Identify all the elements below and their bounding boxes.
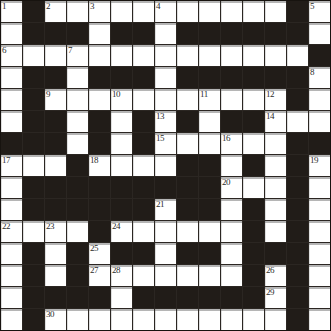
- grid-cell[interactable]: [1, 287, 22, 308]
- grid-cell[interactable]: 27: [89, 265, 110, 286]
- blocked-cell: [67, 199, 88, 220]
- grid-cell[interactable]: [221, 243, 242, 264]
- grid-cell[interactable]: [309, 177, 330, 198]
- grid-cell[interactable]: [243, 45, 264, 66]
- blocked-cell: [177, 177, 198, 198]
- clue-number: 9: [46, 90, 50, 99]
- grid-cell[interactable]: [1, 243, 22, 264]
- blocked-cell: [23, 309, 44, 330]
- grid-cell[interactable]: [309, 199, 330, 220]
- grid-cell[interactable]: [111, 45, 132, 66]
- blocked-cell: [111, 23, 132, 44]
- grid-cell[interactable]: [199, 133, 220, 154]
- grid-cell[interactable]: [155, 265, 176, 286]
- grid-cell[interactable]: [221, 155, 242, 176]
- blocked-cell: [287, 177, 308, 198]
- grid-cell[interactable]: [309, 265, 330, 286]
- blocked-cell: [23, 133, 44, 154]
- crossword-board: 1234567891011121314151617181920212223242…: [0, 0, 331, 331]
- grid-cell[interactable]: [155, 243, 176, 264]
- blocked-cell: [287, 221, 308, 242]
- grid-cell[interactable]: [1, 177, 22, 198]
- grid-cell[interactable]: 17: [1, 155, 22, 176]
- blocked-cell: [309, 133, 330, 154]
- clue-number: 30: [46, 310, 54, 319]
- blocked-cell: [287, 1, 308, 22]
- grid-cell[interactable]: [1, 111, 22, 132]
- grid-cell[interactable]: [1, 199, 22, 220]
- grid-cell[interactable]: 12: [265, 89, 286, 110]
- clue-number: 4: [156, 2, 160, 11]
- grid-cell[interactable]: [45, 155, 66, 176]
- grid-cell[interactable]: [309, 111, 330, 132]
- blocked-cell: [177, 243, 198, 264]
- grid-cell[interactable]: [177, 221, 198, 242]
- blocked-cell: [243, 243, 264, 264]
- grid-cell[interactable]: [177, 133, 198, 154]
- grid-cell[interactable]: [265, 177, 286, 198]
- grid-cell[interactable]: [199, 309, 220, 330]
- blocked-cell: [287, 67, 308, 88]
- blocked-cell: [177, 199, 198, 220]
- grid-cell[interactable]: 9: [45, 89, 66, 110]
- blocked-cell: [23, 199, 44, 220]
- clue-number: 7: [68, 46, 72, 55]
- blocked-cell: [221, 23, 242, 44]
- grid-cell[interactable]: [199, 265, 220, 286]
- grid-cell[interactable]: [67, 221, 88, 242]
- grid-cell[interactable]: [155, 45, 176, 66]
- clue-number: 13: [156, 112, 164, 121]
- blocked-cell: [111, 177, 132, 198]
- blocked-cell: [133, 243, 154, 264]
- blocked-cell: [1, 133, 22, 154]
- grid-cell[interactable]: 28: [111, 265, 132, 286]
- grid-cell[interactable]: [265, 199, 286, 220]
- blocked-cell: [23, 243, 44, 264]
- blocked-cell: [89, 133, 110, 154]
- blocked-cell: [199, 177, 220, 198]
- grid-cell[interactable]: 23: [45, 221, 66, 242]
- grid-cell[interactable]: [1, 23, 22, 44]
- blocked-cell: [287, 243, 308, 264]
- grid-cell[interactable]: [111, 133, 132, 154]
- grid-cell[interactable]: [309, 23, 330, 44]
- grid-cell[interactable]: [1, 67, 22, 88]
- blocked-cell: [23, 287, 44, 308]
- grid-cell[interactable]: [221, 1, 242, 22]
- blocked-cell: [133, 133, 154, 154]
- clue-number: 24: [112, 222, 120, 231]
- grid-cell[interactable]: [155, 67, 176, 88]
- blocked-cell: [221, 287, 242, 308]
- clue-number: 8: [310, 68, 314, 77]
- grid-cell[interactable]: [133, 221, 154, 242]
- grid-cell[interactable]: [67, 1, 88, 22]
- grid-cell[interactable]: 8: [309, 67, 330, 88]
- clue-number: 3: [90, 2, 94, 11]
- blocked-cell: [23, 67, 44, 88]
- blocked-cell: [199, 67, 220, 88]
- blocked-cell: [23, 89, 44, 110]
- clue-number: 11: [200, 90, 208, 99]
- blocked-cell: [287, 23, 308, 44]
- blocked-cell: [243, 155, 264, 176]
- grid-cell[interactable]: [155, 23, 176, 44]
- grid-cell[interactable]: [243, 133, 264, 154]
- blocked-cell: [89, 221, 110, 242]
- grid-cell[interactable]: 4: [155, 1, 176, 22]
- blocked-cell: [243, 287, 264, 308]
- grid-cell[interactable]: 16: [221, 133, 242, 154]
- blocked-cell: [23, 23, 44, 44]
- blocked-cell: [133, 287, 154, 308]
- blocked-cell: [23, 177, 44, 198]
- blocked-cell: [199, 243, 220, 264]
- grid-cell[interactable]: [1, 89, 22, 110]
- blocked-cell: [89, 67, 110, 88]
- blocked-cell: [133, 111, 154, 132]
- grid-cell[interactable]: [265, 45, 286, 66]
- grid-cell[interactable]: [243, 1, 264, 22]
- blocked-cell: [199, 199, 220, 220]
- grid-cell[interactable]: 29: [265, 287, 286, 308]
- grid-cell[interactable]: [155, 155, 176, 176]
- blocked-cell: [309, 45, 330, 66]
- blocked-cell: [89, 199, 110, 220]
- clue-number: 28: [112, 266, 120, 275]
- blocked-cell: [177, 111, 198, 132]
- grid-cell[interactable]: [133, 45, 154, 66]
- blocked-cell: [133, 67, 154, 88]
- grid-cell[interactable]: [23, 221, 44, 242]
- grid-cell[interactable]: 22: [1, 221, 22, 242]
- clue-number: 21: [156, 200, 164, 209]
- grid-cell[interactable]: [199, 221, 220, 242]
- clue-number: 18: [90, 156, 98, 165]
- grid-cell[interactable]: [111, 287, 132, 308]
- blocked-cell: [155, 177, 176, 198]
- grid-cell[interactable]: [221, 45, 242, 66]
- grid-cell[interactable]: [309, 287, 330, 308]
- grid-cell[interactable]: [287, 45, 308, 66]
- grid-cell[interactable]: [133, 309, 154, 330]
- grid-cell[interactable]: [23, 155, 44, 176]
- grid-cell[interactable]: [133, 1, 154, 22]
- blocked-cell: [287, 199, 308, 220]
- blocked-cell: [111, 199, 132, 220]
- grid-cell[interactable]: [309, 89, 330, 110]
- grid-cell[interactable]: [45, 265, 66, 286]
- clue-number: 26: [266, 266, 274, 275]
- blocked-cell: [243, 199, 264, 220]
- grid-cell[interactable]: [111, 309, 132, 330]
- grid-cell[interactable]: 1: [1, 1, 22, 22]
- blocked-cell: [243, 23, 264, 44]
- blocked-cell: [67, 155, 88, 176]
- blocked-cell: [287, 309, 308, 330]
- grid-cell[interactable]: 11: [199, 89, 220, 110]
- grid-cell[interactable]: [221, 309, 242, 330]
- grid-cell[interactable]: [221, 265, 242, 286]
- grid-cell[interactable]: [243, 309, 264, 330]
- clue-number: 22: [2, 222, 10, 231]
- grid-cell[interactable]: [89, 309, 110, 330]
- blocked-cell: [45, 199, 66, 220]
- grid-cell[interactable]: [177, 265, 198, 286]
- grid-cell[interactable]: [111, 155, 132, 176]
- blocked-cell: [67, 265, 88, 286]
- grid-cell[interactable]: [265, 155, 286, 176]
- grid-cell[interactable]: 25: [89, 243, 110, 264]
- grid-cell[interactable]: [265, 133, 286, 154]
- blocked-cell: [177, 155, 198, 176]
- grid-cell[interactable]: [133, 265, 154, 286]
- blocked-cell: [89, 177, 110, 198]
- blocked-cell: [199, 23, 220, 44]
- grid-cell[interactable]: 18: [89, 155, 110, 176]
- blocked-cell: [45, 111, 66, 132]
- blocked-cell: [45, 177, 66, 198]
- grid-cell[interactable]: [45, 243, 66, 264]
- blocked-cell: [199, 287, 220, 308]
- blocked-cell: [89, 287, 110, 308]
- blocked-cell: [287, 287, 308, 308]
- crossword-grid: 1234567891011121314151617181920212223242…: [0, 0, 331, 331]
- grid-cell[interactable]: [89, 45, 110, 66]
- blocked-cell: [45, 133, 66, 154]
- clue-number: 23: [46, 222, 54, 231]
- grid-cell[interactable]: [221, 199, 242, 220]
- blocked-cell: [221, 67, 242, 88]
- grid-cell[interactable]: 20: [221, 177, 242, 198]
- blocked-cell: [265, 243, 286, 264]
- clue-number: 14: [266, 112, 274, 121]
- grid-cell[interactable]: 24: [111, 221, 132, 242]
- grid-cell[interactable]: [199, 45, 220, 66]
- grid-cell[interactable]: [177, 1, 198, 22]
- grid-cell[interactable]: [309, 309, 330, 330]
- blocked-cell: [287, 155, 308, 176]
- grid-cell[interactable]: 21: [155, 199, 176, 220]
- grid-cell[interactable]: [155, 309, 176, 330]
- blocked-cell: [67, 287, 88, 308]
- blocked-cell: [111, 67, 132, 88]
- grid-cell[interactable]: [111, 1, 132, 22]
- grid-cell[interactable]: [221, 221, 242, 242]
- grid-cell[interactable]: [243, 89, 264, 110]
- blocked-cell: [177, 67, 198, 88]
- grid-cell[interactable]: [243, 177, 264, 198]
- grid-cell[interactable]: 7: [67, 45, 88, 66]
- grid-cell[interactable]: 3: [89, 1, 110, 22]
- grid-cell[interactable]: 2: [45, 1, 66, 22]
- blocked-cell: [45, 287, 66, 308]
- blocked-cell: [133, 199, 154, 220]
- grid-cell[interactable]: [221, 89, 242, 110]
- clue-number: 2: [46, 2, 50, 11]
- clue-number: 29: [266, 288, 274, 297]
- blocked-cell: [243, 265, 264, 286]
- clue-number: 19: [310, 156, 318, 165]
- grid-cell[interactable]: [155, 221, 176, 242]
- blocked-cell: [45, 67, 66, 88]
- grid-cell[interactable]: [67, 89, 88, 110]
- grid-cell[interactable]: [199, 111, 220, 132]
- blocked-cell: [111, 243, 132, 264]
- blocked-cell: [243, 67, 264, 88]
- blocked-cell: [177, 287, 198, 308]
- blocked-cell: [45, 23, 66, 44]
- blocked-cell: [89, 111, 110, 132]
- clue-number: 12: [266, 90, 274, 99]
- blocked-cell: [133, 177, 154, 198]
- grid-cell[interactable]: 15: [155, 133, 176, 154]
- grid-cell[interactable]: [309, 221, 330, 242]
- grid-cell[interactable]: [89, 23, 110, 44]
- blocked-cell: [23, 265, 44, 286]
- grid-cell[interactable]: [177, 309, 198, 330]
- blocked-cell: [67, 243, 88, 264]
- grid-cell[interactable]: [67, 111, 88, 132]
- grid-cell[interactable]: [199, 1, 220, 22]
- blocked-cell: [199, 155, 220, 176]
- clue-number: 20: [222, 178, 230, 187]
- grid-cell[interactable]: [45, 45, 66, 66]
- clue-number: 6: [2, 46, 6, 55]
- grid-cell[interactable]: 6: [1, 45, 22, 66]
- blocked-cell: [243, 111, 264, 132]
- grid-cell[interactable]: [23, 45, 44, 66]
- grid-cell[interactable]: [265, 1, 286, 22]
- grid-cell[interactable]: [287, 111, 308, 132]
- grid-cell[interactable]: 30: [45, 309, 66, 330]
- grid-cell[interactable]: [133, 89, 154, 110]
- grid-cell[interactable]: [309, 243, 330, 264]
- blocked-cell: [265, 23, 286, 44]
- clue-number: 17: [2, 156, 10, 165]
- clue-number: 5: [310, 2, 314, 11]
- blocked-cell: [133, 23, 154, 44]
- blocked-cell: [265, 67, 286, 88]
- clue-number: 15: [156, 134, 164, 143]
- clue-number: 25: [90, 244, 98, 253]
- grid-cell[interactable]: [67, 67, 88, 88]
- grid-cell[interactable]: [1, 265, 22, 286]
- grid-cell[interactable]: 5: [309, 1, 330, 22]
- blocked-cell: [155, 287, 176, 308]
- grid-cell[interactable]: [177, 45, 198, 66]
- blocked-cell: [287, 133, 308, 154]
- clue-number: 1: [2, 2, 6, 11]
- blocked-cell: [287, 265, 308, 286]
- blocked-cell: [287, 89, 308, 110]
- grid-cell[interactable]: [89, 89, 110, 110]
- clue-number: 10: [112, 90, 120, 99]
- grid-cell[interactable]: [133, 155, 154, 176]
- grid-cell[interactable]: [1, 309, 22, 330]
- grid-cell[interactable]: [265, 221, 286, 242]
- grid-cell[interactable]: [265, 309, 286, 330]
- blocked-cell: [67, 177, 88, 198]
- grid-cell[interactable]: [67, 133, 88, 154]
- blocked-cell: [177, 23, 198, 44]
- clue-number: 16: [222, 134, 230, 143]
- grid-cell[interactable]: 10: [111, 89, 132, 110]
- blocked-cell: [67, 23, 88, 44]
- grid-cell[interactable]: 19: [309, 155, 330, 176]
- blocked-cell: [23, 111, 44, 132]
- blocked-cell: [221, 111, 242, 132]
- grid-cell[interactable]: [177, 89, 198, 110]
- grid-cell[interactable]: [67, 309, 88, 330]
- grid-cell[interactable]: [111, 111, 132, 132]
- grid-cell[interactable]: 14: [265, 111, 286, 132]
- clue-number: 27: [90, 266, 98, 275]
- grid-cell[interactable]: 13: [155, 111, 176, 132]
- blocked-cell: [23, 1, 44, 22]
- blocked-cell: [243, 221, 264, 242]
- grid-cell[interactable]: [155, 89, 176, 110]
- grid-cell[interactable]: 26: [265, 265, 286, 286]
